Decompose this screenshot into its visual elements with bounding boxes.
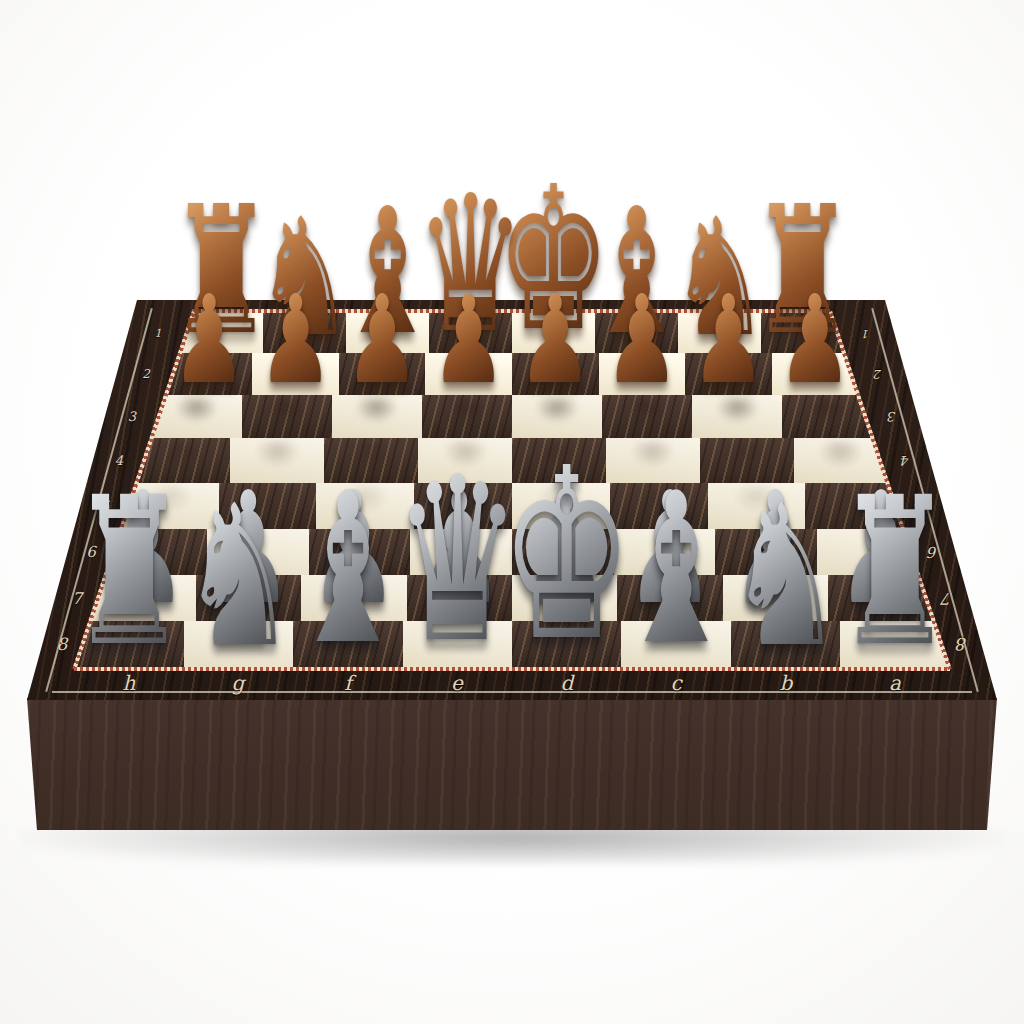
- rank-label-left-2: 2: [142, 367, 150, 381]
- rank-label-right-2: 2: [874, 367, 882, 381]
- chess-set-photo: 1234567812345678hgfedcba ♜♞♝♚♛♝♞♜♟♟♟♟♟♟♟…: [0, 0, 1024, 1024]
- rank-label-right-1: 1: [863, 327, 870, 340]
- rank-label-left-3: 3: [128, 409, 136, 424]
- rank-label-right-8: 8: [957, 634, 968, 654]
- rank-label-left-8: 8: [57, 634, 68, 654]
- rank-label-left-1: 1: [155, 327, 162, 340]
- rank-label-right-3: 3: [888, 409, 896, 424]
